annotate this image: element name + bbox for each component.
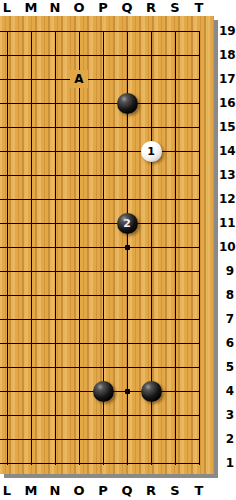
intersection-N14[interactable] — [43, 139, 67, 163]
intersection-N4[interactable] — [43, 379, 67, 403]
intersection-P11[interactable] — [91, 211, 115, 235]
intersection-M8[interactable] — [19, 283, 43, 307]
intersection-M3[interactable] — [19, 403, 43, 427]
intersection-N18[interactable] — [43, 43, 67, 67]
column-label: R — [139, 481, 163, 500]
row-label: 3 — [219, 403, 234, 427]
row-label: 10 — [219, 235, 234, 259]
intersection-O14[interactable] — [67, 139, 91, 163]
intersection-M4[interactable] — [19, 379, 43, 403]
intersection-P15[interactable] — [91, 115, 115, 139]
move-number: 1 — [147, 146, 155, 157]
row-label: 13 — [219, 163, 234, 187]
intersection-N3[interactable] — [43, 403, 67, 427]
intersection-M18[interactable] — [19, 43, 43, 67]
intersection-R15[interactable] — [139, 115, 163, 139]
intersection-S9[interactable] — [163, 259, 187, 283]
intersection-L14[interactable] — [0, 139, 19, 163]
intersection-S11[interactable] — [163, 211, 187, 235]
intersection-L16[interactable] — [0, 91, 19, 115]
intersection-N7[interactable] — [43, 307, 67, 331]
intersection-L6[interactable] — [0, 331, 19, 355]
column-label: N — [43, 481, 67, 500]
intersection-P18[interactable] — [91, 43, 115, 67]
intersection-M7[interactable] — [19, 307, 43, 331]
intersection-T2[interactable] — [187, 427, 211, 451]
intersection-Q1[interactable] — [115, 451, 139, 475]
intersection-R18[interactable] — [139, 43, 163, 67]
intersection-M16[interactable] — [19, 91, 43, 115]
intersection-Q13[interactable] — [115, 163, 139, 187]
intersection-N8[interactable] — [43, 283, 67, 307]
intersection-T8[interactable] — [187, 283, 211, 307]
intersection-T14[interactable] — [187, 139, 211, 163]
intersection-T10[interactable] — [187, 235, 211, 259]
intersection-L5[interactable] — [0, 355, 19, 379]
intersection-T6[interactable] — [187, 331, 211, 355]
column-label: N — [43, 0, 67, 16]
intersection-N17[interactable] — [43, 67, 67, 91]
intersection-P6[interactable] — [91, 331, 115, 355]
intersection-M2[interactable] — [19, 427, 43, 451]
intersection-N19[interactable] — [43, 19, 67, 43]
intersection-Q9[interactable] — [115, 259, 139, 283]
intersection-M13[interactable] — [19, 163, 43, 187]
intersection-N2[interactable] — [43, 427, 67, 451]
intersection-R8[interactable] — [139, 283, 163, 307]
intersection-Q7[interactable] — [115, 307, 139, 331]
column-label: S — [163, 481, 187, 500]
column-label: M — [19, 481, 43, 500]
intersection-Q4[interactable] — [115, 379, 139, 403]
intersection-Q16[interactable] — [115, 91, 139, 115]
row-label: 15 — [219, 115, 234, 139]
intersection-S12[interactable] — [163, 187, 187, 211]
intersection-N10[interactable] — [43, 235, 67, 259]
intersection-T3[interactable] — [187, 403, 211, 427]
intersection-Q12[interactable] — [115, 187, 139, 211]
intersection-P10[interactable] — [91, 235, 115, 259]
intersection-M5[interactable] — [19, 355, 43, 379]
intersection-O10[interactable] — [67, 235, 91, 259]
intersection-R13[interactable] — [139, 163, 163, 187]
column-label: L — [0, 481, 19, 500]
intersection-Q6[interactable] — [115, 331, 139, 355]
intersection-M9[interactable] — [19, 259, 43, 283]
intersection-L3[interactable] — [0, 403, 19, 427]
intersection-P16[interactable] — [91, 91, 115, 115]
intersection-R2[interactable] — [139, 427, 163, 451]
intersection-S2[interactable] — [163, 427, 187, 451]
row-labels-right: 19181716151413121110987654321 — [219, 19, 234, 475]
intersection-M11[interactable] — [19, 211, 43, 235]
intersection-S17[interactable] — [163, 67, 187, 91]
intersection-R12[interactable] — [139, 187, 163, 211]
intersection-S6[interactable] — [163, 331, 187, 355]
intersection-Q18[interactable] — [115, 43, 139, 67]
column-label: O — [67, 0, 91, 16]
intersection-O18[interactable] — [67, 43, 91, 67]
column-label: M — [19, 0, 43, 16]
intersection-M10[interactable] — [19, 235, 43, 259]
go-diagram: LMNOPQRST A12 19181716151413121110987654… — [0, 0, 236, 500]
intersection-S15[interactable] — [163, 115, 187, 139]
intersection-R4[interactable] — [139, 379, 163, 403]
intersection-Q10[interactable] — [115, 235, 139, 259]
intersection-L19[interactable] — [0, 19, 19, 43]
intersection-Q14[interactable] — [115, 139, 139, 163]
intersection-O6[interactable] — [67, 331, 91, 355]
row-label: 1 — [219, 451, 234, 475]
row-label: 17 — [219, 67, 234, 91]
row-label: 18 — [219, 43, 234, 67]
row-label: 6 — [219, 331, 234, 355]
intersection-T5[interactable] — [187, 355, 211, 379]
intersection-S4[interactable] — [163, 379, 187, 403]
column-labels-top: LMNOPQRST — [0, 0, 211, 16]
row-label: 16 — [219, 91, 234, 115]
intersection-M15[interactable] — [19, 115, 43, 139]
intersection-P4[interactable] — [91, 379, 115, 403]
intersection-T11[interactable] — [187, 211, 211, 235]
intersection-N16[interactable] — [43, 91, 67, 115]
intersection-N5[interactable] — [43, 355, 67, 379]
column-label: L — [0, 0, 19, 16]
column-label: S — [163, 0, 187, 16]
intersection-Q11[interactable]: 2 — [115, 211, 139, 235]
intersection-L7[interactable] — [0, 307, 19, 331]
column-label: P — [91, 0, 115, 16]
intersection-R14[interactable]: 1 — [139, 139, 163, 163]
intersection-N15[interactable] — [43, 115, 67, 139]
intersection-M14[interactable] — [19, 139, 43, 163]
intersection-L1[interactable] — [0, 451, 19, 475]
intersection-R17[interactable] — [139, 67, 163, 91]
row-label: 14 — [219, 139, 234, 163]
intersection-P13[interactable] — [91, 163, 115, 187]
intersection-M1[interactable] — [19, 451, 43, 475]
intersection-Q19[interactable] — [115, 19, 139, 43]
intersection-O12[interactable] — [67, 187, 91, 211]
intersection-S3[interactable] — [163, 403, 187, 427]
intersection-O13[interactable] — [67, 163, 91, 187]
intersection-P1[interactable] — [91, 451, 115, 475]
column-label: O — [67, 481, 91, 500]
intersection-N9[interactable] — [43, 259, 67, 283]
intersection-P17[interactable] — [91, 67, 115, 91]
intersection-N13[interactable] — [43, 163, 67, 187]
intersection-O9[interactable] — [67, 259, 91, 283]
intersection-M12[interactable] — [19, 187, 43, 211]
intersection-T13[interactable] — [187, 163, 211, 187]
stone-black-P4[interactable] — [93, 381, 114, 402]
intersection-R1[interactable] — [139, 451, 163, 475]
intersection-O16[interactable] — [67, 91, 91, 115]
column-label: P — [91, 481, 115, 500]
intersection-Q3[interactable] — [115, 403, 139, 427]
intersection-S14[interactable] — [163, 139, 187, 163]
intersection-S7[interactable] — [163, 307, 187, 331]
intersection-O15[interactable] — [67, 115, 91, 139]
column-label: R — [139, 0, 163, 16]
intersection-L8[interactable] — [0, 283, 19, 307]
star-point-Q10 — [125, 245, 130, 250]
intersection-T7[interactable] — [187, 307, 211, 331]
intersection-R7[interactable] — [139, 307, 163, 331]
intersection-O1[interactable] — [67, 451, 91, 475]
column-label: T — [187, 481, 211, 500]
intersection-O2[interactable] — [67, 427, 91, 451]
intersection-N11[interactable] — [43, 211, 67, 235]
stone-white-R14[interactable]: 1 — [141, 141, 162, 162]
intersection-Q17[interactable] — [115, 67, 139, 91]
intersection-O11[interactable] — [67, 211, 91, 235]
intersection-S18[interactable] — [163, 43, 187, 67]
star-point-Q4 — [125, 389, 130, 394]
row-label: 7 — [219, 307, 234, 331]
move-number: 2 — [123, 218, 131, 229]
intersection-T9[interactable] — [187, 259, 211, 283]
stone-black-R4[interactable] — [141, 381, 162, 402]
intersection-O3[interactable] — [67, 403, 91, 427]
intersection-N12[interactable] — [43, 187, 67, 211]
intersection-P9[interactable] — [91, 259, 115, 283]
intersection-R5[interactable] — [139, 355, 163, 379]
letter-marker-O17[interactable]: A — [70, 70, 88, 88]
intersection-R11[interactable] — [139, 211, 163, 235]
intersection-P8[interactable] — [91, 283, 115, 307]
intersection-L12[interactable] — [0, 187, 19, 211]
intersection-T19[interactable] — [187, 19, 211, 43]
intersection-O17[interactable]: A — [67, 67, 91, 91]
intersection-S16[interactable] — [163, 91, 187, 115]
intersection-P2[interactable] — [91, 427, 115, 451]
intersection-M6[interactable] — [19, 331, 43, 355]
intersection-T12[interactable] — [187, 187, 211, 211]
intersection-S8[interactable] — [163, 283, 187, 307]
stone-black-Q16[interactable] — [117, 93, 138, 114]
intersection-Q2[interactable] — [115, 427, 139, 451]
intersection-N1[interactable] — [43, 451, 67, 475]
intersection-O4[interactable] — [67, 379, 91, 403]
column-label: Q — [115, 0, 139, 16]
intersection-R6[interactable] — [139, 331, 163, 355]
intersection-S13[interactable] — [163, 163, 187, 187]
intersection-O8[interactable] — [67, 283, 91, 307]
intersection-P5[interactable] — [91, 355, 115, 379]
intersection-Q5[interactable] — [115, 355, 139, 379]
intersection-T18[interactable] — [187, 43, 211, 67]
intersection-S19[interactable] — [163, 19, 187, 43]
intersection-T1[interactable] — [187, 451, 211, 475]
row-label: 4 — [219, 379, 234, 403]
intersection-S1[interactable] — [163, 451, 187, 475]
intersection-P14[interactable] — [91, 139, 115, 163]
intersection-R16[interactable] — [139, 91, 163, 115]
board-grid: A12 — [0, 19, 211, 475]
intersection-T4[interactable] — [187, 379, 211, 403]
intersection-M19[interactable] — [19, 19, 43, 43]
intersection-Q8[interactable] — [115, 283, 139, 307]
row-label: 12 — [219, 187, 234, 211]
intersection-O19[interactable] — [67, 19, 91, 43]
stone-black-Q11[interactable]: 2 — [117, 213, 138, 234]
intersection-L18[interactable] — [0, 43, 19, 67]
intersection-L17[interactable] — [0, 67, 19, 91]
intersection-R10[interactable] — [139, 235, 163, 259]
intersection-M17[interactable] — [19, 67, 43, 91]
row-label: 5 — [219, 355, 234, 379]
intersection-P12[interactable] — [91, 187, 115, 211]
intersection-N6[interactable] — [43, 331, 67, 355]
intersection-Q15[interactable] — [115, 115, 139, 139]
intersection-L9[interactable] — [0, 259, 19, 283]
intersection-L11[interactable] — [0, 211, 19, 235]
intersection-L13[interactable] — [0, 163, 19, 187]
row-label: 11 — [219, 211, 234, 235]
intersection-R3[interactable] — [139, 403, 163, 427]
intersection-P7[interactable] — [91, 307, 115, 331]
go-board: A12 — [0, 16, 214, 474]
intersection-L2[interactable] — [0, 427, 19, 451]
intersection-T17[interactable] — [187, 67, 211, 91]
intersection-O7[interactable] — [67, 307, 91, 331]
intersection-S10[interactable] — [163, 235, 187, 259]
intersection-T15[interactable] — [187, 115, 211, 139]
column-label: T — [187, 0, 211, 16]
intersection-L15[interactable] — [0, 115, 19, 139]
intersection-T16[interactable] — [187, 91, 211, 115]
row-label: 9 — [219, 259, 234, 283]
intersection-S5[interactable] — [163, 355, 187, 379]
column-labels-bottom: LMNOPQRST — [0, 481, 211, 500]
row-label: 19 — [219, 19, 234, 43]
column-label: Q — [115, 481, 139, 500]
intersection-L4[interactable] — [0, 379, 19, 403]
row-label: 8 — [219, 283, 234, 307]
intersection-P19[interactable] — [91, 19, 115, 43]
intersection-O5[interactable] — [67, 355, 91, 379]
intersection-P3[interactable] — [91, 403, 115, 427]
row-label: 2 — [219, 427, 234, 451]
intersection-R9[interactable] — [139, 259, 163, 283]
intersection-L10[interactable] — [0, 235, 19, 259]
intersection-R19[interactable] — [139, 19, 163, 43]
